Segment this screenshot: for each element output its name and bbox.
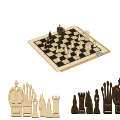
white-pawn: ♟ xyxy=(63,54,72,59)
white-pawn-tray-piece: ♟ xyxy=(44,98,47,119)
white-bishop-tray-piece: ♝ xyxy=(28,92,32,119)
black-king-tray-piece: ♚ xyxy=(110,77,115,115)
white-pawn-icon: ♟ xyxy=(67,49,71,59)
white-knight-tray-piece: ♞ xyxy=(36,93,40,119)
white-rook-tray-piece: ♜ xyxy=(50,96,53,119)
black-rook-tray-piece: ♜ xyxy=(76,93,79,115)
black-pawn-icon: ♟ xyxy=(44,42,48,51)
white-king-tray-piece: ♚ xyxy=(6,79,11,119)
white-pawn-icon: ♟ xyxy=(56,53,61,63)
white-king: ♚ xyxy=(82,51,91,56)
white-pawn: ♟ xyxy=(52,58,61,63)
white-king-icon: ♚ xyxy=(84,40,92,57)
black-pieces-tray: ♟♜♞♝♛♚ xyxy=(68,77,119,115)
black-bishop-tray-piece: ♝ xyxy=(90,89,94,115)
black-pawn: ♟ xyxy=(40,46,48,51)
white-rook: ♜ xyxy=(72,55,81,60)
black-pawn-icon: ♟ xyxy=(51,35,55,44)
white-queen-tray-piece: ♛ xyxy=(18,82,23,119)
white-pawn-icon: ♟ xyxy=(93,40,97,49)
black-pawn-tray-piece: ♟ xyxy=(70,95,73,115)
folding-chess-board: ♞♚♟♟♛♟♟♟♝♟♟♟♟♛♞♟♟♟♟♟♜♚ xyxy=(28,26,108,72)
clasp-icon xyxy=(95,52,105,57)
black-knight-tray-piece: ♞ xyxy=(83,90,86,115)
white-pieces-tray: ♚♛♝♞♟♜ xyxy=(3,79,55,119)
black-queen-tray-piece: ♛ xyxy=(99,80,104,115)
board-pieces: ♞♚♟♟♛♟♟♟♝♟♟♟♟♛♞♟♟♟♟♟♜♚ xyxy=(34,29,100,67)
white-rook-icon: ♜ xyxy=(75,49,80,61)
